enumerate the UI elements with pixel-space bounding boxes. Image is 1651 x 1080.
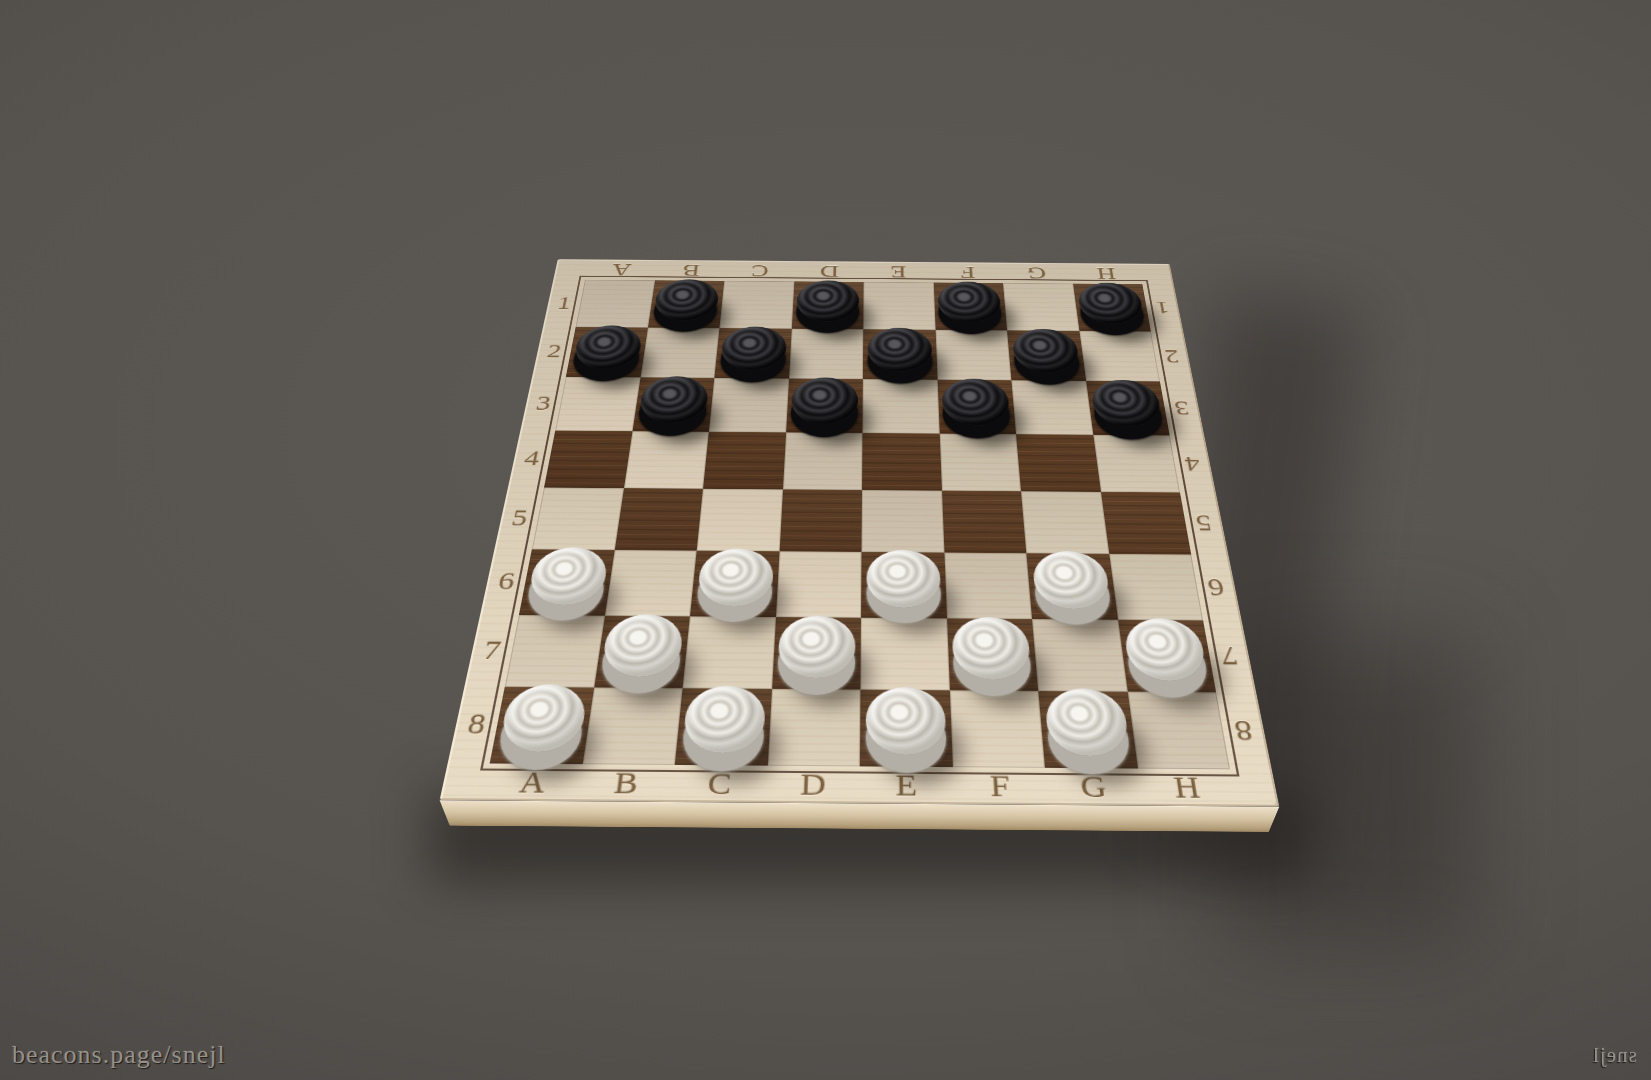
file-label-near-H: H: [1137, 769, 1236, 807]
rank-label-left-7: 7: [465, 615, 519, 687]
black-man-B3[interactable]: [638, 376, 710, 423]
square-B8[interactable]: [582, 687, 682, 765]
square-D6[interactable]: [775, 551, 861, 618]
square-E6[interactable]: [861, 552, 947, 619]
square-C6[interactable]: [690, 550, 779, 617]
rank-label-left-5: 5: [495, 487, 544, 549]
square-F6[interactable]: [944, 552, 1032, 619]
file-label-near-E: E: [860, 766, 954, 804]
square-B6[interactable]: [604, 550, 696, 617]
square-B5[interactable]: [614, 488, 703, 550]
square-E7[interactable]: [860, 618, 949, 690]
white-man-A8[interactable]: [497, 684, 588, 752]
white-man-B7[interactable]: [601, 614, 685, 677]
file-label-near-D: D: [765, 766, 860, 804]
file-label-near-G: G: [1045, 768, 1143, 806]
white-man-C8[interactable]: [681, 686, 766, 754]
square-F5[interactable]: [941, 491, 1026, 553]
square-A8[interactable]: [490, 686, 594, 764]
rank-label-right-6: 6: [1191, 554, 1242, 621]
rank-label-left-8: 8: [448, 686, 505, 763]
white-man-C6[interactable]: [696, 548, 774, 606]
square-G5[interactable]: [1021, 491, 1109, 553]
file-label-near-F: F: [952, 767, 1048, 805]
white-man-E8[interactable]: [865, 687, 946, 755]
square-H6[interactable]: [1109, 553, 1203, 620]
white-man-E6[interactable]: [866, 550, 941, 608]
board-front-face: [440, 800, 1280, 832]
black-man-B1[interactable]: [653, 279, 720, 321]
square-H5[interactable]: [1100, 492, 1191, 554]
rank-label-left-6: 6: [480, 549, 532, 615]
checkers-board-wrapper: ABCDEFGH ABCDEFGH 12345678 12345678: [505, 133, 1219, 847]
checkers-board: ABCDEFGH ABCDEFGH 12345678 12345678: [440, 259, 1280, 807]
square-E8[interactable]: [860, 689, 953, 767]
watermark-bottom-right: snejl: [1592, 1043, 1637, 1068]
square-B7[interactable]: [594, 616, 690, 688]
file-labels-near: ABCDEFGH: [482, 763, 1236, 806]
square-G7[interactable]: [1032, 619, 1127, 691]
square-H8[interactable]: [1127, 691, 1230, 769]
black-man-H1[interactable]: [1077, 282, 1146, 324]
black-man-F1[interactable]: [937, 281, 1002, 323]
black-man-C2[interactable]: [720, 326, 788, 370]
square-G6[interactable]: [1026, 553, 1117, 620]
black-man-G2[interactable]: [1011, 329, 1080, 373]
square-C8[interactable]: [675, 688, 772, 766]
white-man-H7[interactable]: [1122, 618, 1208, 681]
pieces-layer: [440, 259, 1280, 807]
square-F7[interactable]: [947, 618, 1039, 690]
scene: ABCDEFGH ABCDEFGH 12345678 12345678 beac…: [0, 0, 1651, 1080]
square-D5[interactable]: [779, 489, 862, 551]
square-D7[interactable]: [772, 617, 861, 689]
square-A6[interactable]: [519, 549, 614, 616]
checkers-board-3d: ABCDEFGH ABCDEFGH 12345678 12345678: [440, 259, 1280, 807]
white-man-G8[interactable]: [1043, 688, 1130, 756]
white-man-G6[interactable]: [1031, 551, 1111, 610]
black-man-F3[interactable]: [942, 378, 1011, 425]
square-C7[interactable]: [683, 616, 776, 688]
black-man-A2[interactable]: [572, 325, 644, 369]
square-E5[interactable]: [862, 490, 944, 552]
rank-label-right-5: 5: [1180, 492, 1228, 554]
square-G8[interactable]: [1038, 691, 1137, 769]
white-man-F7[interactable]: [952, 616, 1032, 679]
white-man-D7[interactable]: [777, 615, 855, 678]
rank-label-right-8: 8: [1216, 692, 1272, 770]
file-label-near-B: B: [577, 764, 675, 802]
square-C5[interactable]: [697, 489, 783, 551]
square-H7[interactable]: [1118, 620, 1216, 692]
square-D8[interactable]: [767, 688, 860, 766]
black-man-E2[interactable]: [867, 328, 932, 372]
black-man-D1[interactable]: [796, 280, 859, 322]
watermark-bottom-left: beacons.page/snejl: [12, 1040, 226, 1070]
black-man-D3[interactable]: [791, 377, 859, 424]
file-label-near-A: A: [482, 763, 582, 801]
rank-label-right-7: 7: [1203, 620, 1256, 692]
square-A7[interactable]: [505, 615, 605, 687]
file-label-near-C: C: [671, 765, 767, 803]
white-man-A6[interactable]: [526, 547, 610, 605]
square-A5[interactable]: [532, 488, 624, 550]
square-F8[interactable]: [949, 690, 1045, 768]
black-man-H3[interactable]: [1090, 379, 1164, 426]
